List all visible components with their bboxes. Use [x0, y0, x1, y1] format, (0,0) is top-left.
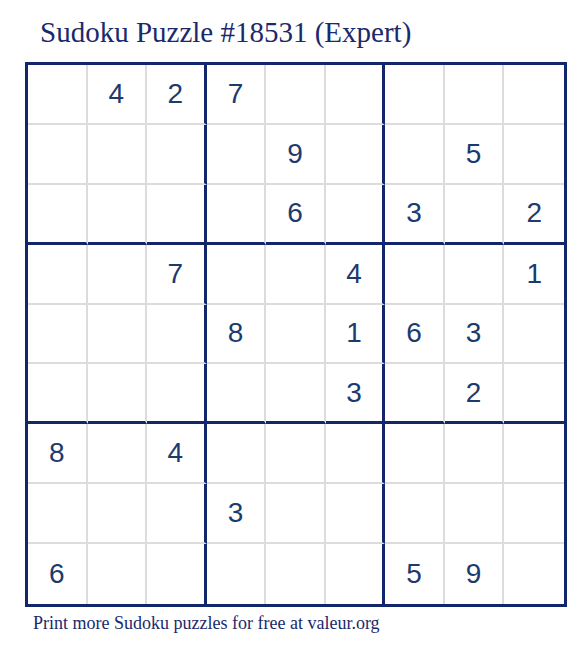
cell-r5c6[interactable]: 1 [326, 305, 386, 365]
cell-r5c8[interactable]: 3 [445, 305, 505, 365]
cell-r4c6[interactable]: 4 [326, 245, 386, 305]
cell-r3c7[interactable]: 3 [385, 185, 445, 245]
cell-r5c2[interactable] [88, 305, 148, 365]
cell-r6c1[interactable] [28, 364, 88, 424]
cell-r6c3[interactable] [147, 364, 207, 424]
cell-r5c4[interactable]: 8 [207, 305, 267, 365]
cell-r6c7[interactable] [385, 364, 445, 424]
cell-r6c6[interactable]: 3 [326, 364, 386, 424]
cell-r4c3[interactable]: 7 [147, 245, 207, 305]
cell-r8c3[interactable] [147, 484, 207, 544]
cell-r2c7[interactable] [385, 125, 445, 185]
cell-r1c7[interactable] [385, 65, 445, 125]
cell-r6c8[interactable]: 2 [445, 364, 505, 424]
cell-r9c6[interactable] [326, 544, 386, 604]
cell-r8c4[interactable]: 3 [207, 484, 267, 544]
cell-r7c1[interactable]: 8 [28, 424, 88, 484]
cell-r2c1[interactable] [28, 125, 88, 185]
cell-r5c1[interactable] [28, 305, 88, 365]
page: Sudoku Puzzle #18531 (Expert) 4279563274… [0, 0, 580, 651]
cell-r9c1[interactable]: 6 [28, 544, 88, 604]
cell-r2c9[interactable] [504, 125, 564, 185]
cell-r1c8[interactable] [445, 65, 505, 125]
cell-r8c1[interactable] [28, 484, 88, 544]
cell-r8c6[interactable] [326, 484, 386, 544]
cell-r3c5[interactable]: 6 [266, 185, 326, 245]
cell-r4c7[interactable] [385, 245, 445, 305]
cell-r4c5[interactable] [266, 245, 326, 305]
cell-r1c5[interactable] [266, 65, 326, 125]
cell-r3c1[interactable] [28, 185, 88, 245]
cell-r4c8[interactable] [445, 245, 505, 305]
cell-r3c2[interactable] [88, 185, 148, 245]
cell-r1c3[interactable]: 2 [147, 65, 207, 125]
cell-r3c3[interactable] [147, 185, 207, 245]
cell-r7c6[interactable] [326, 424, 386, 484]
cell-r7c4[interactable] [207, 424, 267, 484]
cell-r5c9[interactable] [504, 305, 564, 365]
footer-text: Print more Sudoku puzzles for free at va… [33, 613, 380, 634]
cell-r9c9[interactable] [504, 544, 564, 604]
cell-r6c9[interactable] [504, 364, 564, 424]
cell-r7c2[interactable] [88, 424, 148, 484]
cell-r9c3[interactable] [147, 544, 207, 604]
cell-r9c2[interactable] [88, 544, 148, 604]
cell-r2c4[interactable] [207, 125, 267, 185]
cell-r7c9[interactable] [504, 424, 564, 484]
cell-r7c5[interactable] [266, 424, 326, 484]
cell-r9c7[interactable]: 5 [385, 544, 445, 604]
cell-r9c8[interactable]: 9 [445, 544, 505, 604]
cell-r7c8[interactable] [445, 424, 505, 484]
cell-r6c5[interactable] [266, 364, 326, 424]
cell-r3c8[interactable] [445, 185, 505, 245]
cell-r2c2[interactable] [88, 125, 148, 185]
cell-r7c7[interactable] [385, 424, 445, 484]
cell-r9c4[interactable] [207, 544, 267, 604]
cell-r8c7[interactable] [385, 484, 445, 544]
cell-r2c6[interactable] [326, 125, 386, 185]
cell-r6c4[interactable] [207, 364, 267, 424]
cell-r2c8[interactable]: 5 [445, 125, 505, 185]
cell-r4c9[interactable]: 1 [504, 245, 564, 305]
cell-r3c6[interactable] [326, 185, 386, 245]
cell-r4c1[interactable] [28, 245, 88, 305]
cell-r7c3[interactable]: 4 [147, 424, 207, 484]
cell-r8c5[interactable] [266, 484, 326, 544]
cell-r3c4[interactable] [207, 185, 267, 245]
cell-r3c9[interactable]: 2 [504, 185, 564, 245]
cell-r1c1[interactable] [28, 65, 88, 125]
cell-r1c2[interactable]: 4 [88, 65, 148, 125]
cell-r5c3[interactable] [147, 305, 207, 365]
cell-r4c2[interactable] [88, 245, 148, 305]
cell-r1c9[interactable] [504, 65, 564, 125]
cell-r5c5[interactable] [266, 305, 326, 365]
cell-r1c6[interactable] [326, 65, 386, 125]
cell-r8c2[interactable] [88, 484, 148, 544]
cell-r1c4[interactable]: 7 [207, 65, 267, 125]
cell-r6c2[interactable] [88, 364, 148, 424]
cell-r4c4[interactable] [207, 245, 267, 305]
cell-r5c7[interactable]: 6 [385, 305, 445, 365]
page-title: Sudoku Puzzle #18531 (Expert) [40, 16, 411, 49]
cell-r2c5[interactable]: 9 [266, 125, 326, 185]
cell-r2c3[interactable] [147, 125, 207, 185]
cell-r8c8[interactable] [445, 484, 505, 544]
cell-r8c9[interactable] [504, 484, 564, 544]
sudoku-board: 42795632741816332843659 [25, 62, 567, 607]
cell-r9c5[interactable] [266, 544, 326, 604]
